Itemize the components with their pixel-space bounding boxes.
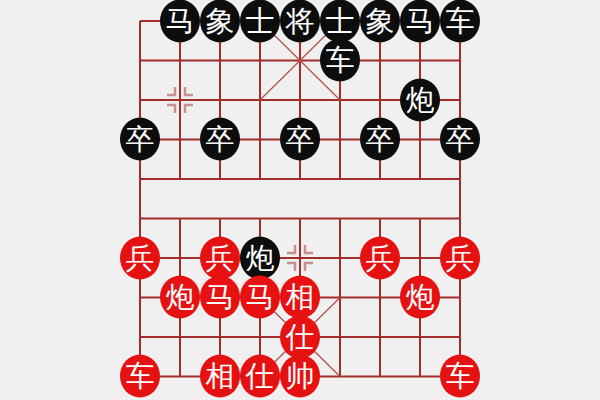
board-point: 兵	[200, 238, 240, 278]
piece-red-cannon[interactable]: 炮	[160, 276, 200, 319]
board-point: 仕	[280, 317, 320, 357]
piece-red-soldier[interactable]: 兵	[200, 236, 240, 279]
board-point: 马	[400, 1, 440, 41]
board-point: 车	[440, 357, 480, 397]
piece-black-elephant[interactable]: 象	[200, 0, 240, 42]
board-point: 象	[200, 1, 240, 41]
board-point: 车	[320, 41, 360, 81]
board-point: 兵	[440, 238, 480, 278]
piece-black-elephant[interactable]: 象	[360, 0, 400, 42]
board-point: 炮	[400, 278, 440, 318]
piece-red-general[interactable]: 帅	[280, 355, 320, 398]
board-point: 士	[240, 1, 280, 41]
board-point: 相	[200, 357, 240, 397]
piece-red-cannon[interactable]: 炮	[400, 276, 440, 319]
board-point: 车	[120, 357, 160, 397]
xiangqi-board-screen: 马象士将士象马车车炮卒卒卒卒卒炮兵兵兵兵炮马马相炮仕车相仕帅车	[0, 0, 600, 400]
piece-red-horse[interactable]: 马	[200, 276, 240, 319]
piece-black-soldier[interactable]: 卒	[200, 118, 240, 161]
board-point: 帅	[280, 357, 320, 397]
piece-red-elephant[interactable]: 相	[200, 355, 240, 398]
board-point: 卒	[200, 120, 240, 160]
piece-red-advisor[interactable]: 仕	[240, 355, 280, 398]
board-point: 士	[320, 1, 360, 41]
piece-red-chariot[interactable]: 车	[440, 355, 480, 398]
board-point: 炮	[160, 278, 200, 318]
piece-red-soldier[interactable]: 兵	[120, 236, 160, 279]
board-point: 炮	[240, 238, 280, 278]
xiangqi-piece-grid: 马象士将士象马车车炮卒卒卒卒卒炮兵兵兵兵炮马马相炮仕车相仕帅车	[120, 1, 480, 396]
board-point: 兵	[120, 238, 160, 278]
piece-red-chariot[interactable]: 车	[120, 355, 160, 398]
board-point: 将	[280, 1, 320, 41]
piece-black-soldier[interactable]: 卒	[280, 118, 320, 161]
piece-black-advisor[interactable]: 士	[320, 0, 360, 42]
board-point: 车	[440, 1, 480, 41]
board-point: 卒	[360, 120, 400, 160]
board-point: 仕	[240, 357, 280, 397]
piece-red-horse[interactable]: 马	[240, 276, 280, 319]
piece-red-soldier[interactable]: 兵	[440, 236, 480, 279]
piece-black-cannon[interactable]: 炮	[400, 78, 440, 121]
piece-red-soldier[interactable]: 兵	[360, 236, 400, 279]
piece-red-advisor[interactable]: 仕	[280, 315, 320, 358]
board-point: 相	[280, 278, 320, 318]
board-point: 象	[360, 1, 400, 41]
board-point: 兵	[360, 238, 400, 278]
board-point: 卒	[280, 120, 320, 160]
piece-black-horse[interactable]: 马	[160, 0, 200, 42]
board-point: 马	[160, 1, 200, 41]
piece-black-soldier[interactable]: 卒	[120, 118, 160, 161]
piece-black-horse[interactable]: 马	[400, 0, 440, 42]
piece-black-advisor[interactable]: 士	[240, 0, 280, 42]
piece-red-elephant[interactable]: 相	[280, 276, 320, 319]
board-point: 炮	[400, 80, 440, 120]
piece-black-chariot[interactable]: 车	[440, 0, 480, 42]
piece-black-cannon[interactable]: 炮	[240, 236, 280, 279]
piece-black-chariot[interactable]: 车	[320, 39, 360, 82]
board-point: 马	[240, 278, 280, 318]
board-point: 卒	[120, 120, 160, 160]
board-point: 卒	[440, 120, 480, 160]
board-point: 马	[200, 278, 240, 318]
piece-black-soldier[interactable]: 卒	[360, 118, 400, 161]
piece-black-soldier[interactable]: 卒	[440, 118, 480, 161]
piece-black-general[interactable]: 将	[280, 0, 320, 42]
